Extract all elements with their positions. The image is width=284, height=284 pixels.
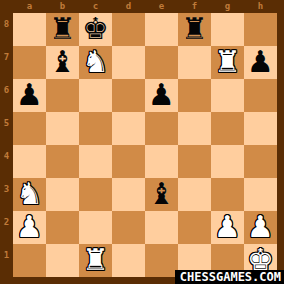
rank-label-4: 4: [0, 140, 13, 173]
square-e4: [145, 145, 178, 178]
square-d7: [112, 46, 145, 79]
piece-white-pawn-g2: ♟: [214, 212, 241, 242]
square-h5: [244, 112, 277, 145]
square-g7: ♜: [211, 46, 244, 79]
square-g6: [211, 79, 244, 112]
square-c7: ♞: [79, 46, 112, 79]
file-label-g: g: [211, 0, 244, 13]
square-d1: [112, 244, 145, 277]
square-h6: [244, 79, 277, 112]
piece-white-knight-c7: ♞: [82, 47, 109, 77]
file-label-h: h: [244, 0, 277, 13]
square-f2: [178, 211, 211, 244]
square-b6: [46, 79, 79, 112]
piece-black-pawn-a6: ♟: [16, 80, 43, 110]
square-g8: [211, 13, 244, 46]
file-label-d: d: [112, 0, 145, 13]
piece-white-pawn-h2: ♟: [247, 212, 274, 242]
square-b5: [46, 112, 79, 145]
square-d5: [112, 112, 145, 145]
file-labels: abcdefgh: [13, 0, 277, 13]
square-e3: ♝: [145, 178, 178, 211]
square-e1: [145, 244, 178, 277]
rank-label-7: 7: [0, 41, 13, 74]
watermark-text: CHESSGAMES.COM: [175, 270, 284, 284]
file-label-e: e: [145, 0, 178, 13]
piece-black-rook-f8: ♜: [181, 14, 208, 44]
square-a3: ♞: [13, 178, 46, 211]
square-b1: [46, 244, 79, 277]
square-b8: ♜: [46, 13, 79, 46]
square-g5: [211, 112, 244, 145]
square-c2: [79, 211, 112, 244]
square-e8: [145, 13, 178, 46]
square-f5: [178, 112, 211, 145]
square-g3: [211, 178, 244, 211]
square-c3: [79, 178, 112, 211]
piece-white-rook-c1: ♜: [82, 245, 109, 275]
square-f4: [178, 145, 211, 178]
square-h2: ♟: [244, 211, 277, 244]
square-f3: [178, 178, 211, 211]
piece-white-pawn-a2: ♟: [16, 212, 43, 242]
piece-black-bishop-b7: ♝: [49, 47, 76, 77]
piece-black-king-c8: ♚: [82, 14, 109, 44]
rank-label-2: 2: [0, 206, 13, 239]
square-a7: [13, 46, 46, 79]
square-b7: ♝: [46, 46, 79, 79]
square-a5: [13, 112, 46, 145]
piece-white-knight-a3: ♞: [16, 179, 43, 209]
square-b4: [46, 145, 79, 178]
square-h7: ♟: [244, 46, 277, 79]
rank-label-5: 5: [0, 107, 13, 140]
file-label-b: b: [46, 0, 79, 13]
rank-label-3: 3: [0, 173, 13, 206]
rank-label-6: 6: [0, 74, 13, 107]
square-h4: [244, 145, 277, 178]
square-d8: [112, 13, 145, 46]
square-c6: [79, 79, 112, 112]
piece-black-pawn-h7: ♟: [247, 47, 274, 77]
square-b2: [46, 211, 79, 244]
board-frame: abcdefgh 87654321 ♜♚♜♝♞♜♟♟♟♞♝♟♟♟♜♚ CHESS…: [0, 0, 284, 284]
square-a1: [13, 244, 46, 277]
square-e6: ♟: [145, 79, 178, 112]
rank-label-1: 1: [0, 239, 13, 272]
file-label-a: a: [13, 0, 46, 13]
square-g2: ♟: [211, 211, 244, 244]
square-d3: [112, 178, 145, 211]
square-d2: [112, 211, 145, 244]
square-b3: [46, 178, 79, 211]
square-e5: [145, 112, 178, 145]
square-c1: ♜: [79, 244, 112, 277]
square-a8: [13, 13, 46, 46]
square-d4: [112, 145, 145, 178]
piece-black-rook-b8: ♜: [49, 14, 76, 44]
rank-label-8: 8: [0, 8, 13, 41]
square-c5: [79, 112, 112, 145]
file-label-f: f: [178, 0, 211, 13]
square-e2: [145, 211, 178, 244]
square-h8: [244, 13, 277, 46]
chess-board: ♜♚♜♝♞♜♟♟♟♞♝♟♟♟♜♚: [13, 13, 277, 277]
square-e7: [145, 46, 178, 79]
square-c8: ♚: [79, 13, 112, 46]
square-d6: [112, 79, 145, 112]
square-h3: [244, 178, 277, 211]
square-f7: [178, 46, 211, 79]
piece-white-rook-g7: ♜: [214, 47, 241, 77]
rank-labels: 87654321: [0, 13, 13, 277]
square-f8: ♜: [178, 13, 211, 46]
piece-black-pawn-e6: ♟: [148, 80, 175, 110]
file-label-c: c: [79, 0, 112, 13]
square-c4: [79, 145, 112, 178]
square-f6: [178, 79, 211, 112]
square-a6: ♟: [13, 79, 46, 112]
square-g4: [211, 145, 244, 178]
piece-black-bishop-e3: ♝: [148, 179, 175, 209]
square-a2: ♟: [13, 211, 46, 244]
square-a4: [13, 145, 46, 178]
